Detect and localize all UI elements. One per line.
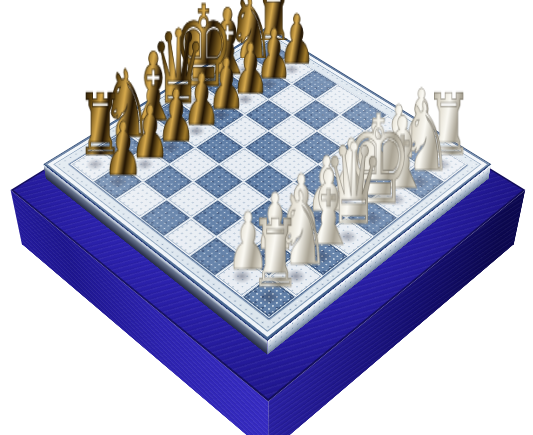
product-photo: ♜♞♝♛♚♝♞♜♟♟♟♟♟♟♟♟♟♟♟♟♟♟♟♟♜♞♝♛♚♝♞♜ [0,0,533,435]
piece-white-rook-a1[interactable]: ♜ [249,208,299,301]
scene-3d: ♜♞♝♛♚♝♞♜♟♟♟♟♟♟♟♟♟♟♟♟♟♟♟♟♜♞♝♛♚♝♞♜ [0,0,533,435]
square-a1[interactable]: ♜ [241,276,296,318]
scene-world: ♜♞♝♛♚♝♞♜♟♟♟♟♟♟♟♟♟♟♟♟♟♟♟♟♜♞♝♛♚♝♞♜ [11,31,526,401]
piece-black-pawn-a7[interactable]: ♟ [103,112,142,185]
